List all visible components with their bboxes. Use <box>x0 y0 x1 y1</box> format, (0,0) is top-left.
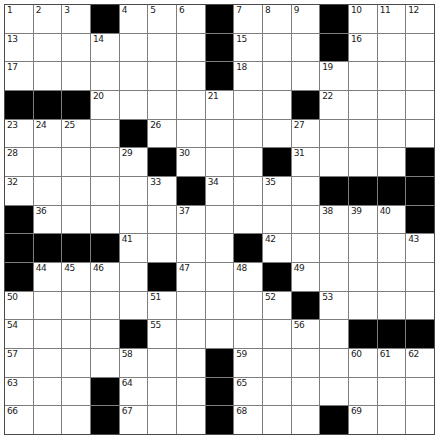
cell-r8-c4[interactable]: 41 <box>120 234 148 262</box>
cell-r7-c2[interactable] <box>62 206 90 234</box>
cell-r12-c6[interactable] <box>177 349 205 377</box>
cell-r3-c12[interactable] <box>349 91 377 119</box>
clue-number: 38 <box>322 206 332 216</box>
cell-r5-c13[interactable] <box>378 148 406 176</box>
cell-r12-c4[interactable]: 58 <box>120 349 148 377</box>
black-square-r9-c0 <box>5 263 33 291</box>
cell-r14-c10[interactable] <box>292 406 320 434</box>
cell-r9-c3[interactable]: 46 <box>91 263 119 291</box>
cell-r0-c0[interactable]: 1 <box>5 5 33 33</box>
cell-r9-c12[interactable] <box>349 263 377 291</box>
cell-r5-c1[interactable] <box>34 148 62 176</box>
cell-r14-c6[interactable] <box>177 406 205 434</box>
cell-r2-c5[interactable] <box>148 62 176 90</box>
cell-r13-c8[interactable]: 65 <box>234 378 262 406</box>
cell-r10-c8[interactable] <box>234 292 262 320</box>
cell-r2-c9[interactable] <box>263 62 291 90</box>
cell-r2-c13[interactable] <box>378 62 406 90</box>
cell-r11-c11[interactable] <box>320 320 348 348</box>
cell-r3-c11[interactable]: 22 <box>320 91 348 119</box>
cell-r3-c7[interactable]: 21 <box>206 91 234 119</box>
cell-r9-c6[interactable]: 47 <box>177 263 205 291</box>
cell-r3-c4[interactable] <box>120 91 148 119</box>
cell-r5-c3[interactable] <box>91 148 119 176</box>
cell-r0-c13[interactable]: 11 <box>378 5 406 33</box>
cell-r7-c5[interactable] <box>148 206 176 234</box>
clue-number: 64 <box>122 378 132 388</box>
clue-number: 4 <box>122 5 127 15</box>
cell-r3-c13[interactable] <box>378 91 406 119</box>
clue-number: 68 <box>236 406 246 416</box>
cell-r5-c6[interactable]: 30 <box>177 148 205 176</box>
cell-r4-c1[interactable]: 24 <box>34 120 62 148</box>
clue-number: 11 <box>380 5 390 15</box>
clue-number: 48 <box>236 263 246 273</box>
clue-number: 10 <box>351 5 361 15</box>
black-square-r6-c12 <box>349 177 377 205</box>
cell-r10-c13[interactable] <box>378 292 406 320</box>
cell-r10-c0[interactable]: 50 <box>5 292 33 320</box>
cell-r2-c10[interactable] <box>292 62 320 90</box>
clue-number: 41 <box>122 234 132 244</box>
cell-r9-c1[interactable]: 44 <box>34 263 62 291</box>
cell-r14-c0[interactable]: 66 <box>5 406 33 434</box>
black-square-r8-c8 <box>234 234 262 262</box>
clue-number: 67 <box>122 406 132 416</box>
cell-r10-c11[interactable]: 53 <box>320 292 348 320</box>
clue-number: 35 <box>265 177 275 187</box>
cell-r2-c12[interactable] <box>349 62 377 90</box>
cell-r4-c5[interactable]: 26 <box>148 120 176 148</box>
cell-r9-c8[interactable]: 48 <box>234 263 262 291</box>
cell-r6-c3[interactable] <box>91 177 119 205</box>
cell-r13-c14[interactable] <box>406 378 434 406</box>
cell-r8-c7[interactable] <box>206 234 234 262</box>
clue-number: 14 <box>93 34 103 44</box>
cell-r13-c9[interactable] <box>263 378 291 406</box>
clue-number: 30 <box>179 148 189 158</box>
black-square-r11-c14 <box>406 320 434 348</box>
cell-r11-c2[interactable] <box>62 320 90 348</box>
clue-number: 15 <box>236 34 246 44</box>
cell-r11-c5[interactable]: 55 <box>148 320 176 348</box>
cell-r6-c5[interactable]: 33 <box>148 177 176 205</box>
black-square-r3-c10 <box>292 91 320 119</box>
cell-r12-c0[interactable]: 57 <box>5 349 33 377</box>
clue-number: 28 <box>7 148 17 158</box>
cell-r13-c2[interactable] <box>62 378 90 406</box>
clue-number: 23 <box>7 120 17 130</box>
black-square-r1-c7 <box>206 34 234 62</box>
cell-r4-c11[interactable] <box>320 120 348 148</box>
clue-number: 22 <box>322 91 332 101</box>
cell-r11-c3[interactable] <box>91 320 119 348</box>
cell-r2-c8[interactable]: 18 <box>234 62 262 90</box>
cell-r7-c13[interactable]: 40 <box>378 206 406 234</box>
cell-r12-c9[interactable] <box>263 349 291 377</box>
cell-r9-c11[interactable] <box>320 263 348 291</box>
clue-number: 25 <box>64 120 74 130</box>
black-square-r11-c4 <box>120 320 148 348</box>
cell-r7-c3[interactable] <box>91 206 119 234</box>
clue-number: 17 <box>7 62 17 72</box>
cell-r6-c10[interactable] <box>292 177 320 205</box>
clue-number: 50 <box>7 292 17 302</box>
clue-number: 44 <box>36 263 46 273</box>
clue-number: 2 <box>36 5 41 15</box>
black-square-r13-c7 <box>206 378 234 406</box>
cell-r4-c14[interactable] <box>406 120 434 148</box>
clue-number: 24 <box>36 120 46 130</box>
cell-r5-c0[interactable]: 28 <box>5 148 33 176</box>
black-square-r12-c7 <box>206 349 234 377</box>
cell-r10-c3[interactable] <box>91 292 119 320</box>
clue-number: 56 <box>294 320 304 330</box>
cell-r1-c4[interactable] <box>120 34 148 62</box>
cell-r4-c10[interactable]: 27 <box>292 120 320 148</box>
cell-r5-c4[interactable]: 29 <box>120 148 148 176</box>
cell-r12-c14[interactable]: 62 <box>406 349 434 377</box>
cell-r2-c0[interactable]: 17 <box>5 62 33 90</box>
cell-r8-c6[interactable] <box>177 234 205 262</box>
cell-r1-c6[interactable] <box>177 34 205 62</box>
cell-r2-c2[interactable] <box>62 62 90 90</box>
cell-r14-c9[interactable] <box>263 406 291 434</box>
clue-number: 33 <box>150 177 160 187</box>
cell-r13-c11[interactable] <box>320 378 348 406</box>
black-square-r8-c1 <box>34 234 62 262</box>
cell-r13-c1[interactable] <box>34 378 62 406</box>
black-square-r3-c0 <box>5 91 33 119</box>
clue-number: 53 <box>322 292 332 302</box>
cell-r14-c8[interactable]: 68 <box>234 406 262 434</box>
cell-r13-c0[interactable]: 63 <box>5 378 33 406</box>
cell-r13-c12[interactable] <box>349 378 377 406</box>
cell-r8-c14[interactable]: 43 <box>406 234 434 262</box>
cell-r4-c12[interactable] <box>349 120 377 148</box>
cell-r4-c7[interactable] <box>206 120 234 148</box>
black-square-r11-c12 <box>349 320 377 348</box>
cell-r11-c8[interactable] <box>234 320 262 348</box>
cell-r2-c4[interactable] <box>120 62 148 90</box>
cell-r3-c5[interactable] <box>148 91 176 119</box>
cell-r4-c0[interactable]: 23 <box>5 120 33 148</box>
black-square-r9-c5 <box>148 263 176 291</box>
cell-r0-c8[interactable]: 7 <box>234 5 262 33</box>
black-square-r9-c9 <box>263 263 291 291</box>
cell-r9-c10[interactable]: 49 <box>292 263 320 291</box>
cell-r6-c4[interactable] <box>120 177 148 205</box>
clue-number: 21 <box>208 91 218 101</box>
cell-r8-c9[interactable]: 42 <box>263 234 291 262</box>
cell-r3-c9[interactable] <box>263 91 291 119</box>
cell-r14-c2[interactable] <box>62 406 90 434</box>
cell-r14-c5[interactable] <box>148 406 176 434</box>
clue-number: 61 <box>380 349 390 359</box>
black-square-r1-c11 <box>320 34 348 62</box>
cell-r1-c10[interactable] <box>292 34 320 62</box>
clue-number: 46 <box>93 263 103 273</box>
black-square-r6-c13 <box>378 177 406 205</box>
cell-r8-c5[interactable] <box>148 234 176 262</box>
clue-number: 18 <box>236 62 246 72</box>
clue-number: 66 <box>7 406 17 416</box>
clue-number: 26 <box>150 120 160 130</box>
cell-r0-c9[interactable]: 8 <box>263 5 291 33</box>
cell-r9-c4[interactable] <box>120 263 148 291</box>
clue-number: 40 <box>380 206 390 216</box>
clue-number: 51 <box>150 292 160 302</box>
clue-number: 69 <box>351 406 361 416</box>
clue-number: 52 <box>265 292 275 302</box>
cell-r12-c11[interactable] <box>320 349 348 377</box>
black-square-r14-c7 <box>206 406 234 434</box>
clue-number: 12 <box>408 5 418 15</box>
black-square-r5-c14 <box>406 148 434 176</box>
cell-r2-c14[interactable] <box>406 62 434 90</box>
clue-number: 49 <box>294 263 304 273</box>
cell-r13-c4[interactable]: 64 <box>120 378 148 406</box>
cell-r6-c2[interactable] <box>62 177 90 205</box>
cell-r12-c10[interactable] <box>292 349 320 377</box>
cell-r14-c1[interactable] <box>34 406 62 434</box>
cell-r7-c11[interactable]: 38 <box>320 206 348 234</box>
cell-r2-c11[interactable]: 19 <box>320 62 348 90</box>
black-square-r10-c10 <box>292 292 320 320</box>
black-square-r7-c0 <box>5 206 33 234</box>
black-square-r13-c3 <box>91 378 119 406</box>
cell-r5-c10[interactable]: 31 <box>292 148 320 176</box>
cell-r5-c12[interactable] <box>349 148 377 176</box>
cell-r11-c0[interactable]: 54 <box>5 320 33 348</box>
cell-r5-c7[interactable] <box>206 148 234 176</box>
black-square-r3-c2 <box>62 91 90 119</box>
cell-r11-c10[interactable]: 56 <box>292 320 320 348</box>
clue-number: 62 <box>408 349 418 359</box>
cell-r7-c12[interactable]: 39 <box>349 206 377 234</box>
cell-r7-c6[interactable]: 37 <box>177 206 205 234</box>
cell-r12-c1[interactable] <box>34 349 62 377</box>
cell-r1-c14[interactable] <box>406 34 434 62</box>
cell-r2-c6[interactable] <box>177 62 205 90</box>
cell-r10-c12[interactable] <box>349 292 377 320</box>
cell-r10-c5[interactable]: 51 <box>148 292 176 320</box>
cell-r9-c7[interactable] <box>206 263 234 291</box>
black-square-r3-c1 <box>34 91 62 119</box>
clue-number: 19 <box>322 62 332 72</box>
clue-number: 45 <box>64 263 74 273</box>
cell-r7-c10[interactable] <box>292 206 320 234</box>
cell-r6-c1[interactable] <box>34 177 62 205</box>
cell-r9-c2[interactable]: 45 <box>62 263 90 291</box>
clue-number: 20 <box>93 91 103 101</box>
clue-number: 54 <box>7 320 17 330</box>
cell-r0-c12[interactable]: 10 <box>349 5 377 33</box>
cell-r6-c7[interactable]: 34 <box>206 177 234 205</box>
cell-r13-c5[interactable] <box>148 378 176 406</box>
cell-r10-c7[interactable] <box>206 292 234 320</box>
black-square-r6-c6 <box>177 177 205 205</box>
black-square-r8-c3 <box>91 234 119 262</box>
cell-r5-c8[interactable] <box>234 148 262 176</box>
black-square-r14-c11 <box>320 406 348 434</box>
clue-number: 13 <box>7 34 17 44</box>
cell-r11-c7[interactable] <box>206 320 234 348</box>
cell-r10-c9[interactable]: 52 <box>263 292 291 320</box>
cell-r5-c2[interactable] <box>62 148 90 176</box>
black-square-r14-c3 <box>91 406 119 434</box>
black-square-r5-c5 <box>148 148 176 176</box>
clue-number: 65 <box>236 378 246 388</box>
clue-number: 37 <box>179 206 189 216</box>
cell-r10-c2[interactable] <box>62 292 90 320</box>
cell-r3-c6[interactable] <box>177 91 205 119</box>
cell-r4-c13[interactable] <box>378 120 406 148</box>
black-square-r5-c9 <box>263 148 291 176</box>
cell-r1-c8[interactable]: 15 <box>234 34 262 62</box>
cell-r1-c1[interactable] <box>34 34 62 62</box>
cell-r4-c6[interactable] <box>177 120 205 148</box>
clue-number: 58 <box>122 349 132 359</box>
cell-r0-c10[interactable]: 9 <box>292 5 320 33</box>
black-square-r0-c11 <box>320 5 348 33</box>
cell-r12-c8[interactable]: 59 <box>234 349 262 377</box>
black-square-r6-c11 <box>320 177 348 205</box>
clue-number: 6 <box>179 5 184 15</box>
clue-number: 36 <box>36 206 46 216</box>
cell-r7-c9[interactable] <box>263 206 291 234</box>
crossword-board: 1234567891011121314151617181920212223242… <box>4 4 435 435</box>
cell-r13-c6[interactable] <box>177 378 205 406</box>
clue-number: 29 <box>122 148 132 158</box>
cell-r3-c14[interactable] <box>406 91 434 119</box>
clue-number: 55 <box>150 320 160 330</box>
cell-r7-c7[interactable] <box>206 206 234 234</box>
clue-number: 8 <box>265 5 270 15</box>
black-square-r6-c14 <box>406 177 434 205</box>
cell-r4-c9[interactable] <box>263 120 291 148</box>
clue-number: 39 <box>351 206 361 216</box>
cell-r13-c10[interactable] <box>292 378 320 406</box>
cell-r1-c0[interactable]: 13 <box>5 34 33 62</box>
cell-r10-c6[interactable] <box>177 292 205 320</box>
cell-r6-c8[interactable] <box>234 177 262 205</box>
cell-r3-c8[interactable] <box>234 91 262 119</box>
black-square-r8-c2 <box>62 234 90 262</box>
cell-r0-c14[interactable]: 12 <box>406 5 434 33</box>
cell-r14-c4[interactable]: 67 <box>120 406 148 434</box>
black-square-r8-c0 <box>5 234 33 262</box>
cell-r7-c8[interactable] <box>234 206 262 234</box>
cell-r3-c3[interactable]: 20 <box>91 91 119 119</box>
clue-number: 43 <box>408 234 418 244</box>
clue-number: 57 <box>7 349 17 359</box>
cell-r13-c13[interactable] <box>378 378 406 406</box>
cell-r12-c12[interactable]: 60 <box>349 349 377 377</box>
clue-number: 1 <box>7 5 12 15</box>
cell-r8-c13[interactable] <box>378 234 406 262</box>
clue-number: 5 <box>150 5 155 15</box>
black-square-r2-c7 <box>206 62 234 90</box>
cell-r2-c3[interactable] <box>91 62 119 90</box>
clue-number: 60 <box>351 349 361 359</box>
cell-r4-c2[interactable]: 25 <box>62 120 90 148</box>
clue-number: 9 <box>294 5 299 15</box>
cell-r2-c1[interactable] <box>34 62 62 90</box>
cell-r12-c13[interactable]: 61 <box>378 349 406 377</box>
cell-r9-c13[interactable] <box>378 263 406 291</box>
cell-r8-c11[interactable] <box>320 234 348 262</box>
cell-r0-c5[interactable]: 5 <box>148 5 176 33</box>
cell-r1-c9[interactable] <box>263 34 291 62</box>
black-square-r7-c14 <box>406 206 434 234</box>
cell-r0-c2[interactable]: 3 <box>62 5 90 33</box>
clue-number: 27 <box>294 120 304 130</box>
cell-r1-c12[interactable]: 16 <box>349 34 377 62</box>
cell-r12-c3[interactable] <box>91 349 119 377</box>
cell-r0-c1[interactable]: 2 <box>34 5 62 33</box>
black-square-r11-c13 <box>378 320 406 348</box>
cell-r10-c1[interactable] <box>34 292 62 320</box>
clue-number: 42 <box>265 234 275 244</box>
cell-r14-c13[interactable] <box>378 406 406 434</box>
cell-r11-c9[interactable] <box>263 320 291 348</box>
clue-number: 3 <box>64 5 69 15</box>
cell-r10-c14[interactable] <box>406 292 434 320</box>
cell-r14-c14[interactable] <box>406 406 434 434</box>
cell-r0-c4[interactable]: 4 <box>120 5 148 33</box>
cell-r11-c1[interactable] <box>34 320 62 348</box>
cell-r12-c5[interactable] <box>148 349 176 377</box>
cell-r6-c9[interactable]: 35 <box>263 177 291 205</box>
cell-r10-c4[interactable] <box>120 292 148 320</box>
clue-number: 59 <box>236 349 246 359</box>
clue-number: 16 <box>351 34 361 44</box>
cell-r5-c11[interactable] <box>320 148 348 176</box>
black-square-r4-c4 <box>120 120 148 148</box>
clue-number: 7 <box>236 5 241 15</box>
cell-r1-c13[interactable] <box>378 34 406 62</box>
clue-number: 32 <box>7 177 17 187</box>
cell-r11-c6[interactable] <box>177 320 205 348</box>
clue-number: 31 <box>294 148 304 158</box>
cell-r1-c5[interactable] <box>148 34 176 62</box>
cell-r1-c2[interactable] <box>62 34 90 62</box>
cell-r6-c0[interactable]: 32 <box>5 177 33 205</box>
cell-r14-c12[interactable]: 69 <box>349 406 377 434</box>
cell-r1-c3[interactable]: 14 <box>91 34 119 62</box>
cell-r9-c14[interactable] <box>406 263 434 291</box>
crossword-page: 1234567891011121314151617181920212223242… <box>0 0 440 440</box>
cell-r0-c6[interactable]: 6 <box>177 5 205 33</box>
cell-r8-c12[interactable] <box>349 234 377 262</box>
cell-r7-c1[interactable]: 36 <box>34 206 62 234</box>
clue-number: 47 <box>179 263 189 273</box>
cell-r7-c4[interactable] <box>120 206 148 234</box>
clue-number: 34 <box>208 177 218 187</box>
cell-r4-c8[interactable] <box>234 120 262 148</box>
cell-r4-c3[interactable] <box>91 120 119 148</box>
cell-r12-c2[interactable] <box>62 349 90 377</box>
black-square-r0-c7 <box>206 5 234 33</box>
black-square-r0-c3 <box>91 5 119 33</box>
clue-number: 63 <box>7 378 17 388</box>
cell-r8-c10[interactable] <box>292 234 320 262</box>
